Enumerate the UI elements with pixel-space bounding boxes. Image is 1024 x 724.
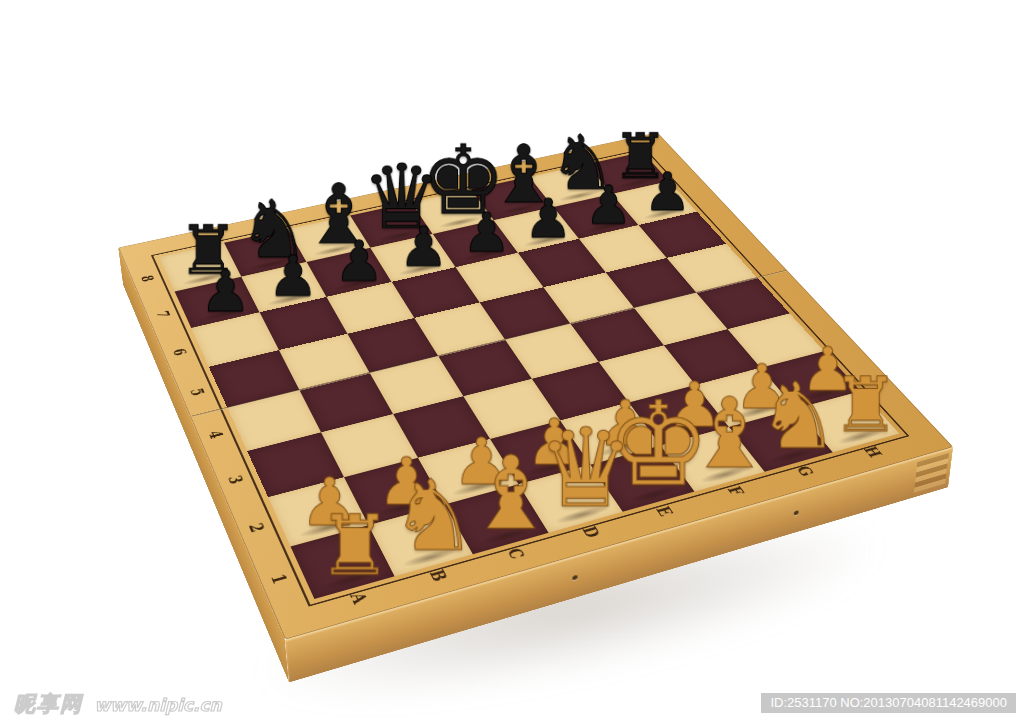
piece-black-pawn-a7[interactable]: ♟ — [199, 265, 250, 319]
chessboard-scene: ♜♞♝♛♚♝♞♜♟♟♟♟♟♟♟♟♟♟♟♟♟♟♟♟♜♞♝♛♚♝♞♜ 8765432… — [0, 0, 1024, 724]
piece-black-pawn-c7[interactable]: ♟ — [334, 235, 384, 288]
piece-white-knight-b1[interactable]: ♞ — [389, 471, 477, 564]
piece-black-pawn-d7[interactable]: ♟ — [398, 221, 447, 273]
piece-black-pawn-e7[interactable]: ♟ — [462, 207, 511, 259]
chess-board: ♜♞♝♛♚♝♞♜♟♟♟♟♟♟♟♟♟♟♟♟♟♟♟♟♜♞♝♛♚♝♞♜ 8765432… — [118, 132, 953, 639]
screw-dot-icon — [793, 510, 798, 516]
piece-black-pawn-g7[interactable]: ♟ — [584, 180, 632, 231]
finger-joint-corner — [914, 453, 949, 493]
screw-dot-icon — [572, 575, 577, 581]
piece-black-pawn-h7[interactable]: ♟ — [643, 167, 690, 217]
piece-white-rook-h1[interactable]: ♜ — [831, 370, 899, 442]
watermark-site-name: 昵享网 — [14, 692, 83, 716]
watermark-nipic-logo: 昵享网 www.nipic.cn — [14, 690, 222, 718]
watermark-id-badge: ID:2531170 NO:20130704081142469000 — [761, 693, 1016, 713]
piece-white-bishop-c1[interactable]: ♝ — [465, 446, 556, 542]
watermark-site-url: www.nipic.cn — [95, 695, 222, 715]
photo-canvas: ♜♞♝♛♚♝♞♜♟♟♟♟♟♟♟♟♟♟♟♟♟♟♟♟♜♞♝♛♚♝♞♜ 8765432… — [0, 0, 1024, 724]
piece-white-rook-a1[interactable]: ♜ — [317, 507, 391, 586]
piece-black-pawn-b7[interactable]: ♟ — [267, 250, 318, 304]
piece-black-pawn-f7[interactable]: ♟ — [524, 194, 572, 245]
